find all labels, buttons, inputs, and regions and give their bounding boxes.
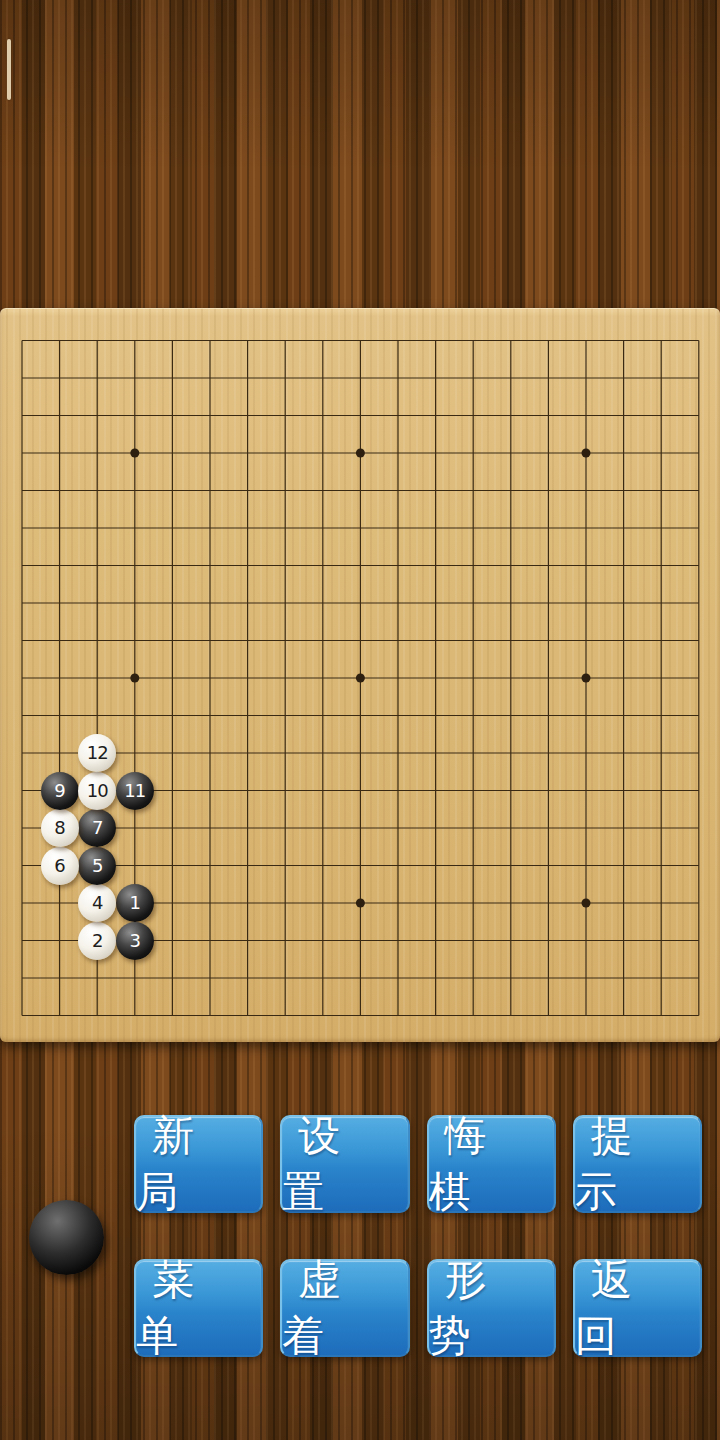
hint-button[interactable]: 提示 [573, 1115, 702, 1213]
star-point [356, 674, 365, 683]
star-point [130, 449, 139, 458]
stone-white-6: 6 [41, 847, 79, 885]
go-board[interactable]: 123456789101112 [0, 308, 720, 1042]
turn-indicator-black-stone [29, 1200, 104, 1275]
stone-black-1: 1 [116, 884, 154, 922]
stone-white-4: 4 [78, 884, 116, 922]
stone-white-8: 8 [41, 809, 79, 847]
button-row-top: 新局 设置 悔棋 提示 [134, 1115, 702, 1213]
star-point [130, 674, 139, 683]
scrollbar-thumb [7, 39, 11, 100]
stone-black-9: 9 [41, 772, 79, 810]
star-point [582, 899, 591, 908]
stone-white-12: 12 [78, 734, 116, 772]
stone-white-2: 2 [78, 922, 116, 960]
undo-button[interactable]: 悔棋 [427, 1115, 556, 1213]
star-point [582, 449, 591, 458]
button-row-bottom: 菜单 虚着 形势 返回 [134, 1259, 702, 1357]
back-button[interactable]: 返回 [573, 1259, 702, 1357]
territory-button[interactable]: 形势 [427, 1259, 556, 1357]
star-point [356, 449, 365, 458]
stone-black-11: 11 [116, 772, 154, 810]
star-point [356, 899, 365, 908]
settings-button[interactable]: 设置 [280, 1115, 409, 1213]
stone-black-5: 5 [78, 847, 116, 885]
stone-black-3: 3 [116, 922, 154, 960]
pass-button[interactable]: 虚着 [280, 1259, 409, 1357]
new-game-button[interactable]: 新局 [134, 1115, 263, 1213]
menu-button[interactable]: 菜单 [134, 1259, 263, 1357]
star-point [582, 674, 591, 683]
stone-black-7: 7 [78, 809, 116, 847]
stone-white-10: 10 [78, 772, 116, 810]
